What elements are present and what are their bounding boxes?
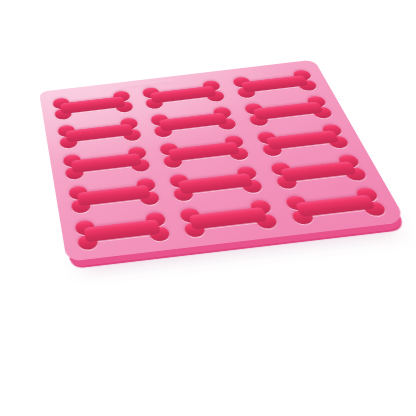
bone-cavity (71, 211, 175, 253)
grid-cell (71, 211, 175, 251)
grid-cell (49, 90, 137, 121)
grid-cell (266, 154, 372, 191)
bone-cavity (156, 134, 254, 170)
silicone-mold-tray (39, 60, 407, 262)
grid-cell (54, 117, 145, 150)
bone-cavity (280, 186, 392, 227)
grid-cell (59, 146, 154, 181)
bone-cavity (175, 198, 283, 239)
grid-cell (280, 187, 391, 227)
bone-cavity (228, 69, 321, 100)
grid-cell (65, 177, 164, 215)
bone-cavity (139, 79, 230, 110)
grid-cell (156, 135, 254, 170)
bone-cavity (59, 145, 154, 181)
cavity-grid (39, 60, 407, 262)
bone-cavity (252, 123, 354, 158)
grid-cell (147, 106, 241, 138)
bone-cavity (265, 153, 371, 191)
grid-cell (252, 123, 353, 157)
bone-cavity (240, 95, 337, 128)
bone-cavity (165, 165, 268, 203)
grid-cell (139, 80, 229, 111)
bone-cavity (49, 90, 137, 122)
bone-cavity (147, 106, 241, 139)
bone-cavity (65, 177, 164, 216)
bone-cavity (54, 116, 145, 150)
product-photo (0, 0, 416, 416)
grid-cell (228, 69, 321, 99)
grid-cell (165, 165, 268, 202)
perspective-wrapper (0, 0, 416, 416)
grid-cell (176, 199, 283, 239)
grid-cell (240, 95, 337, 127)
